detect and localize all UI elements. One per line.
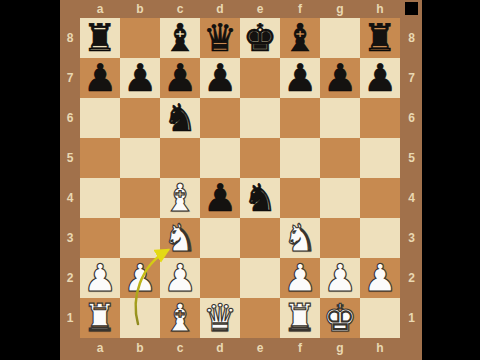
coord-rank-6-left: 6	[60, 98, 80, 138]
square-a7[interactable]: ♟	[80, 58, 120, 98]
square-d3[interactable]	[200, 218, 240, 258]
square-h3[interactable]	[360, 218, 400, 258]
black-rook-h8[interactable]: ♜	[360, 18, 400, 58]
coord-rank-5-right: 5	[401, 138, 422, 178]
black-pawn-h7[interactable]: ♟	[360, 58, 400, 98]
black-bishop-f8[interactable]: ♝	[280, 18, 320, 58]
white-rook-a1[interactable]: ♜	[80, 298, 120, 338]
square-g4[interactable]	[320, 178, 360, 218]
white-bishop-c4[interactable]: ♝	[160, 178, 200, 218]
square-h1[interactable]	[360, 298, 400, 338]
square-a8[interactable]: ♜	[80, 18, 120, 58]
chess-app-screen: ♜♝♛♚♝♜♟♟♟♟♟♟♟♞♝♟♞♞♞♟♟♟♟♟♟♜♝♛♜♚ aabbccdde…	[0, 0, 480, 360]
coord-file-g-top: g	[320, 1, 360, 18]
white-pawn-g2[interactable]: ♟	[320, 258, 360, 298]
square-h7[interactable]: ♟	[360, 58, 400, 98]
square-h5[interactable]	[360, 138, 400, 178]
chess-board: ♜♝♛♚♝♜♟♟♟♟♟♟♟♞♝♟♞♞♞♟♟♟♟♟♟♜♝♛♜♚ aabbccdde…	[60, 0, 422, 360]
square-f3[interactable]: ♞	[280, 218, 320, 258]
square-d4[interactable]: ♟	[200, 178, 240, 218]
black-rook-a8[interactable]: ♜	[80, 18, 120, 58]
square-h8[interactable]: ♜	[360, 18, 400, 58]
square-g2[interactable]: ♟	[320, 258, 360, 298]
white-knight-f3[interactable]: ♞	[280, 218, 320, 258]
square-e7[interactable]	[240, 58, 280, 98]
square-e1[interactable]	[240, 298, 280, 338]
black-pawn-d7[interactable]: ♟	[200, 58, 240, 98]
coord-rank-4-left: 4	[60, 178, 80, 218]
black-pawn-f7[interactable]: ♟	[280, 58, 320, 98]
square-h2[interactable]: ♟	[360, 258, 400, 298]
coord-rank-6-right: 6	[401, 98, 422, 138]
square-e6[interactable]	[240, 98, 280, 138]
black-knight-e4[interactable]: ♞	[240, 178, 280, 218]
square-e5[interactable]	[240, 138, 280, 178]
coord-rank-4-right: 4	[401, 178, 422, 218]
square-f7[interactable]: ♟	[280, 58, 320, 98]
black-pawn-g7[interactable]: ♟	[320, 58, 360, 98]
coord-file-h-top: h	[360, 1, 400, 18]
coord-file-a-bottom: a	[80, 337, 120, 359]
coord-rank-1-left: 1	[60, 298, 80, 338]
white-pawn-c2[interactable]: ♟	[160, 258, 200, 298]
black-king-e8[interactable]: ♚	[240, 18, 280, 58]
black-pawn-d4[interactable]: ♟	[200, 178, 240, 218]
black-knight-c6[interactable]: ♞	[160, 98, 200, 138]
white-king-g1[interactable]: ♚	[320, 298, 360, 338]
square-c7[interactable]: ♟	[160, 58, 200, 98]
square-g7[interactable]: ♟	[320, 58, 360, 98]
square-b1[interactable]	[120, 298, 160, 338]
coord-file-g-bottom: g	[320, 337, 360, 359]
square-a3[interactable]	[80, 218, 120, 258]
black-bishop-c8[interactable]: ♝	[160, 18, 200, 58]
square-f8[interactable]: ♝	[280, 18, 320, 58]
white-pawn-b2[interactable]: ♟	[120, 258, 160, 298]
square-c4[interactable]: ♝	[160, 178, 200, 218]
coord-file-f-top: f	[280, 1, 320, 18]
coord-rank-1-right: 1	[401, 298, 422, 338]
coord-file-c-bottom: c	[160, 337, 200, 359]
coord-rank-3-left: 3	[60, 218, 80, 258]
square-b2[interactable]: ♟	[120, 258, 160, 298]
coord-file-b-bottom: b	[120, 337, 160, 359]
square-c3[interactable]: ♞	[160, 218, 200, 258]
square-c5[interactable]	[160, 138, 200, 178]
square-g5[interactable]	[320, 138, 360, 178]
black-to-move-indicator	[405, 2, 418, 15]
black-pawn-a7[interactable]: ♟	[80, 58, 120, 98]
square-d6[interactable]	[200, 98, 240, 138]
white-pawn-a2[interactable]: ♟	[80, 258, 120, 298]
white-knight-c3[interactable]: ♞	[160, 218, 200, 258]
coord-file-f-bottom: f	[280, 337, 320, 359]
coord-file-h-bottom: h	[360, 337, 400, 359]
black-queen-d8[interactable]: ♛	[200, 18, 240, 58]
coord-rank-8-left: 8	[60, 18, 80, 58]
square-c2[interactable]: ♟	[160, 258, 200, 298]
square-f1[interactable]: ♜	[280, 298, 320, 338]
square-d1[interactable]: ♛	[200, 298, 240, 338]
square-g3[interactable]	[320, 218, 360, 258]
coord-file-e-top: e	[240, 1, 280, 18]
square-a4[interactable]	[80, 178, 120, 218]
square-d7[interactable]: ♟	[200, 58, 240, 98]
square-e8[interactable]: ♚	[240, 18, 280, 58]
coord-rank-8-right: 8	[401, 18, 422, 58]
coord-rank-2-left: 2	[60, 258, 80, 298]
square-d8[interactable]: ♛	[200, 18, 240, 58]
coord-file-a-top: a	[80, 1, 120, 18]
coord-file-d-top: d	[200, 1, 240, 18]
coord-rank-7-left: 7	[60, 58, 80, 98]
square-g8[interactable]	[320, 18, 360, 58]
square-e3[interactable]	[240, 218, 280, 258]
coord-rank-3-right: 3	[401, 218, 422, 258]
board-grid: ♜♝♛♚♝♜♟♟♟♟♟♟♟♞♝♟♞♞♞♟♟♟♟♟♟♜♝♛♜♚	[80, 18, 400, 338]
black-pawn-c7[interactable]: ♟	[160, 58, 200, 98]
square-h6[interactable]	[360, 98, 400, 138]
coord-rank-2-right: 2	[401, 258, 422, 298]
coord-file-d-bottom: d	[200, 337, 240, 359]
square-c1[interactable]: ♝	[160, 298, 200, 338]
square-b7[interactable]: ♟	[120, 58, 160, 98]
square-a1[interactable]: ♜	[80, 298, 120, 338]
square-a6[interactable]	[80, 98, 120, 138]
square-e2[interactable]	[240, 258, 280, 298]
square-d5[interactable]	[200, 138, 240, 178]
square-d2[interactable]	[200, 258, 240, 298]
white-queen-d1[interactable]: ♛	[200, 298, 240, 338]
square-a5[interactable]	[80, 138, 120, 178]
square-b3[interactable]	[120, 218, 160, 258]
white-pawn-h2[interactable]: ♟	[360, 258, 400, 298]
square-f5[interactable]	[280, 138, 320, 178]
white-rook-f1[interactable]: ♜	[280, 298, 320, 338]
square-g1[interactable]: ♚	[320, 298, 360, 338]
square-f6[interactable]	[280, 98, 320, 138]
square-f2[interactable]: ♟	[280, 258, 320, 298]
square-c6[interactable]: ♞	[160, 98, 200, 138]
coord-rank-7-right: 7	[401, 58, 422, 98]
coord-file-c-top: c	[160, 1, 200, 18]
square-h4[interactable]	[360, 178, 400, 218]
square-f4[interactable]	[280, 178, 320, 218]
coord-file-e-bottom: e	[240, 337, 280, 359]
square-c8[interactable]: ♝	[160, 18, 200, 58]
square-b4[interactable]	[120, 178, 160, 218]
square-b5[interactable]	[120, 138, 160, 178]
black-pawn-b7[interactable]: ♟	[120, 58, 160, 98]
coord-rank-5-left: 5	[60, 138, 80, 178]
square-g6[interactable]	[320, 98, 360, 138]
coord-file-b-top: b	[120, 1, 160, 18]
white-bishop-c1[interactable]: ♝	[160, 298, 200, 338]
square-b6[interactable]	[120, 98, 160, 138]
square-e4[interactable]: ♞	[240, 178, 280, 218]
white-pawn-f2[interactable]: ♟	[280, 258, 320, 298]
square-a2[interactable]: ♟	[80, 258, 120, 298]
square-b8[interactable]	[120, 18, 160, 58]
